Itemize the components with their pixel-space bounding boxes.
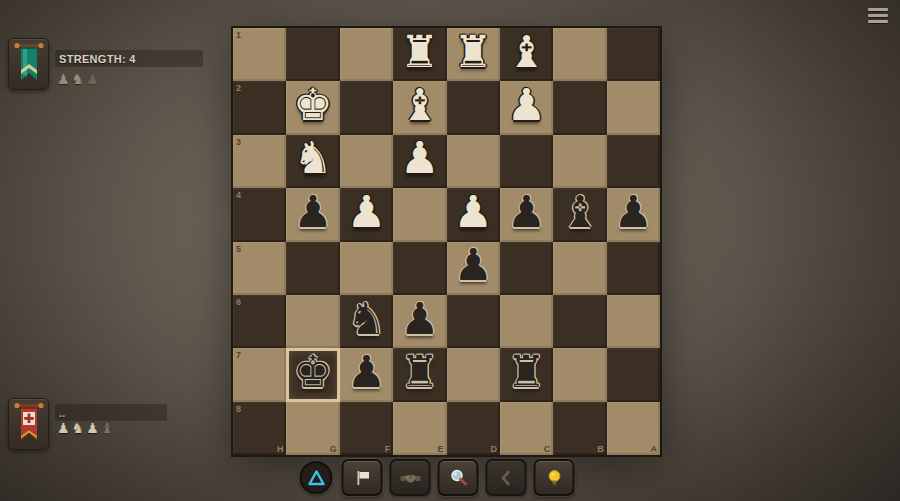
white-pawn-c2[interactable]: ♟ [500,83,553,127]
white-king-g2[interactable]: ♚ [286,83,339,127]
player-captured-pieces-tray: ♟♞♟♝ [57,417,113,435]
square-c4[interactable]: ♟ [500,188,553,241]
opponent-banner-plaque[interactable] [8,38,49,90]
square-a6[interactable] [607,295,660,348]
offer-draw-button[interactable] [390,459,431,496]
white-bishop-e2[interactable]: ♝ [393,83,446,127]
hint-button[interactable] [534,459,575,496]
handshake-icon [399,468,421,488]
white-knight-g3[interactable]: ♞ [286,137,339,181]
black-pawn-d5[interactable]: ♟ [447,244,500,288]
opponent-captured-pieces-tray: ♟♞♟ [57,68,99,86]
square-a4[interactable]: ♟ [607,188,660,241]
white-pawn-e3[interactable]: ♟ [393,137,446,181]
square-h7[interactable]: 7 [233,348,286,401]
game-toolbar [300,459,575,496]
square-b4[interactable]: ♝ [553,188,606,241]
rank-label: 8 [236,404,241,414]
white-rook-e1[interactable]: ♜ [393,30,446,74]
square-c6[interactable] [500,295,553,348]
opponent-name-label: STRENGTH: 4 [55,50,203,67]
flag-icon [352,468,372,488]
rank-label: 2 [236,83,241,93]
file-label: H [277,444,284,454]
rank-label: 4 [236,190,241,200]
square-e2[interactable]: ♝ [393,81,446,134]
square-f7[interactable]: ♟ [340,348,393,401]
file-label: F [385,444,391,454]
square-g3[interactable]: ♞ [286,135,339,188]
square-b6[interactable] [553,295,606,348]
square-c2[interactable]: ♟ [500,81,553,134]
square-e8[interactable]: E [393,402,446,455]
player-banner-plaque[interactable] [8,398,49,450]
black-pawn-e6[interactable]: ♟ [393,297,446,341]
knight-icon: ♞ [72,72,85,86]
square-a1[interactable] [607,28,660,81]
magnifier-icon [448,468,468,488]
square-b3[interactable] [553,135,606,188]
square-h2[interactable]: 2 [233,81,286,134]
square-c7[interactable]: ♜ [500,348,553,401]
square-f5[interactable] [340,242,393,295]
square-h1[interactable]: 1 [233,28,286,81]
square-b2[interactable] [553,81,606,134]
square-a8[interactable]: A [607,402,660,455]
square-h8[interactable]: 8H [233,402,286,455]
analyze-button[interactable] [438,459,479,496]
bishop-icon: ♝ [101,421,114,435]
menu-button[interactable] [866,5,890,25]
square-a2[interactable] [607,81,660,134]
square-f2[interactable] [340,81,393,134]
black-knight-f6[interactable]: ♞ [340,297,393,341]
resign-button[interactable] [342,459,383,496]
gamepad-triangle-button[interactable] [300,461,333,494]
pawn-icon: ♟ [86,72,99,86]
square-d5[interactable]: ♟ [447,242,500,295]
square-c5[interactable] [500,242,553,295]
teal-pennant-icon [14,41,44,87]
rank-label: 1 [236,30,241,40]
square-d6[interactable] [447,295,500,348]
pawn-icon: ♟ [57,72,70,86]
square-e3[interactable]: ♟ [393,135,446,188]
square-b1[interactable] [553,28,606,81]
knight-icon: ♞ [72,421,85,435]
triangle-icon [306,468,326,488]
file-label: D [490,444,497,454]
square-h3[interactable]: 3 [233,135,286,188]
pawn-icon: ♟ [57,421,70,435]
square-b8[interactable]: B [553,402,606,455]
black-king-g7[interactable]: ♚ [286,350,339,394]
white-rook-d1[interactable]: ♜ [447,30,500,74]
square-e1[interactable]: ♜ [393,28,446,81]
square-d1[interactable]: ♜ [447,28,500,81]
rank-label: 6 [236,297,241,307]
file-label: A [651,444,658,454]
black-pawn-a4[interactable]: ♟ [607,190,660,234]
black-pawn-c4[interactable]: ♟ [500,190,553,234]
rank-label: 3 [236,137,241,147]
square-e5[interactable] [393,242,446,295]
square-d4[interactable]: ♟ [447,188,500,241]
rank-label: 5 [236,244,241,254]
square-b7[interactable] [553,348,606,401]
chess-game-screen: { "game": "chess", "position": { "fen": … [0,0,900,501]
black-pawn-g4[interactable]: ♟ [286,190,339,234]
square-f6[interactable]: ♞ [340,295,393,348]
hamburger-icon [868,8,888,11]
square-a5[interactable] [607,242,660,295]
square-d3[interactable] [447,135,500,188]
chevron-left-icon [496,468,516,488]
square-c8[interactable]: C [500,402,553,455]
square-e7[interactable]: ♜ [393,348,446,401]
rank-label: 7 [236,350,241,360]
square-c3[interactable] [500,135,553,188]
square-d8[interactable]: D [447,402,500,455]
lightbulb-icon [544,468,564,488]
white-bishop-c1[interactable]: ♝ [500,30,553,74]
pawn-icon: ♟ [86,421,99,435]
black-bishop-b4[interactable]: ♝ [553,190,606,234]
square-f4[interactable]: ♟ [340,188,393,241]
square-f3[interactable] [340,135,393,188]
square-g5[interactable] [286,242,339,295]
chess-board[interactable]: 1♜♜♝2♚♝♟3♞♟4♟♟♟♟♝♟5♟6♞♟7♚♟♜♜8HGFEDCBA [233,28,660,455]
square-h5[interactable]: 5 [233,242,286,295]
black-rook-c7[interactable]: ♜ [500,350,553,394]
red-cross-pennant-icon [14,401,44,447]
square-f8[interactable]: F [340,402,393,455]
file-label: E [437,444,443,454]
square-h6[interactable]: 6 [233,295,286,348]
square-g4[interactable]: ♟ [286,188,339,241]
black-pawn-f7[interactable]: ♟ [340,350,393,394]
square-a7[interactable] [607,348,660,401]
file-label: B [597,444,604,454]
file-label: G [330,444,337,454]
file-label: C [544,444,551,454]
square-e4[interactable] [393,188,446,241]
square-g2[interactable]: ♚ [286,81,339,134]
square-h4[interactable]: 4 [233,188,286,241]
square-g7[interactable]: ♚ [286,348,339,401]
square-e6[interactable]: ♟ [393,295,446,348]
white-pawn-d4[interactable]: ♟ [447,190,500,234]
square-f1[interactable] [340,28,393,81]
square-g8[interactable]: G [286,402,339,455]
square-d7[interactable] [447,348,500,401]
black-rook-e7[interactable]: ♜ [393,350,446,394]
square-a3[interactable] [607,135,660,188]
white-pawn-f4[interactable]: ♟ [340,190,393,234]
square-b5[interactable] [553,242,606,295]
square-g1[interactable] [286,28,339,81]
square-c1[interactable]: ♝ [500,28,553,81]
undo-button[interactable] [486,459,527,496]
square-g6[interactable] [286,295,339,348]
square-d2[interactable] [447,81,500,134]
